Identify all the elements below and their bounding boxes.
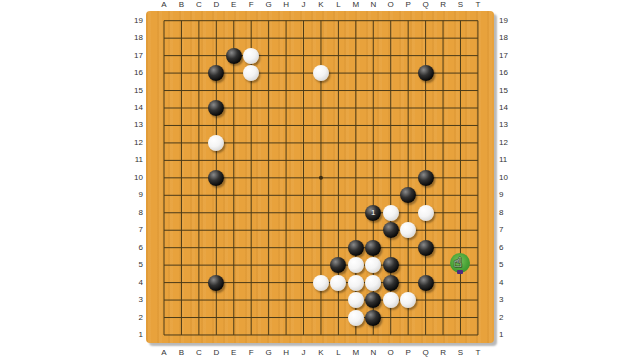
row-label-left-10: 10 xyxy=(127,173,143,183)
row-label-left-16: 16 xyxy=(127,68,143,78)
stone-white-M3 xyxy=(348,292,364,308)
hand-pointer-icon: ☝ xyxy=(453,255,462,269)
row-label-left-13: 13 xyxy=(127,120,143,130)
stone-white-O8 xyxy=(383,205,399,221)
stone-white-M4 xyxy=(348,275,364,291)
col-label-top-E: E xyxy=(227,0,241,10)
col-label-bottom-R: R xyxy=(436,348,450,358)
move-number-label: 1 xyxy=(371,209,375,217)
stone-white-K16 xyxy=(313,65,329,81)
stone-white-Q8 xyxy=(418,205,434,221)
row-label-right-15: 15 xyxy=(499,86,515,96)
row-label-right-6: 6 xyxy=(499,243,515,253)
col-label-bottom-M: M xyxy=(349,348,363,358)
col-label-bottom-H: H xyxy=(279,348,293,358)
col-label-top-A: A xyxy=(157,0,171,10)
row-label-right-2: 2 xyxy=(499,313,515,323)
stone-black-D4 xyxy=(208,275,224,291)
col-label-top-D: D xyxy=(209,0,223,10)
go-board[interactable]: 1☝ xyxy=(146,11,494,343)
col-label-bottom-L: L xyxy=(331,348,345,358)
col-label-bottom-F: F xyxy=(244,348,258,358)
stone-white-K4 xyxy=(313,275,329,291)
col-label-bottom-D: D xyxy=(209,348,223,358)
row-label-right-7: 7 xyxy=(499,225,515,235)
stone-black-N6 xyxy=(365,240,381,256)
row-label-left-17: 17 xyxy=(127,51,143,61)
row-label-right-11: 11 xyxy=(499,155,515,165)
col-label-top-B: B xyxy=(174,0,188,10)
stone-white-L4 xyxy=(330,275,346,291)
col-label-top-F: F xyxy=(244,0,258,10)
row-label-right-3: 3 xyxy=(499,295,515,305)
row-label-left-4: 4 xyxy=(127,278,143,288)
stone-black-M6 xyxy=(348,240,364,256)
row-label-left-9: 9 xyxy=(127,190,143,200)
col-label-top-G: G xyxy=(262,0,276,10)
stone-black-N2 xyxy=(365,310,381,326)
col-label-top-P: P xyxy=(401,0,415,10)
col-label-top-J: J xyxy=(297,0,311,10)
row-label-right-16: 16 xyxy=(499,68,515,78)
col-label-top-T: T xyxy=(471,0,485,10)
row-label-left-7: 7 xyxy=(127,225,143,235)
go-app: 1☝ AABBCCDDEEFFGGHHJJKKLLMMNNOOPPQQRRSST… xyxy=(0,0,640,360)
row-label-right-9: 9 xyxy=(499,190,515,200)
move-cursor-S5[interactable]: ☝ xyxy=(450,253,470,273)
col-label-bottom-E: E xyxy=(227,348,241,358)
stone-black-N8: 1 xyxy=(365,205,381,221)
row-label-left-3: 3 xyxy=(127,295,143,305)
stone-black-O5 xyxy=(383,257,399,273)
row-label-right-8: 8 xyxy=(499,208,515,218)
row-label-left-11: 11 xyxy=(127,155,143,165)
row-label-right-18: 18 xyxy=(499,33,515,43)
row-label-left-18: 18 xyxy=(127,33,143,43)
col-label-bottom-Q: Q xyxy=(419,348,433,358)
row-label-right-19: 19 xyxy=(499,16,515,26)
stone-black-Q4 xyxy=(418,275,434,291)
row-label-left-15: 15 xyxy=(127,86,143,96)
row-label-right-10: 10 xyxy=(499,173,515,183)
stone-black-Q6 xyxy=(418,240,434,256)
col-label-bottom-P: P xyxy=(401,348,415,358)
stone-white-N4 xyxy=(365,275,381,291)
col-label-bottom-B: B xyxy=(174,348,188,358)
col-label-top-N: N xyxy=(366,0,380,10)
col-label-bottom-C: C xyxy=(192,348,206,358)
star-point-K10 xyxy=(319,176,323,180)
col-label-bottom-N: N xyxy=(366,348,380,358)
col-label-bottom-J: J xyxy=(297,348,311,358)
stone-black-O7 xyxy=(383,222,399,238)
col-label-top-L: L xyxy=(331,0,345,10)
row-label-left-19: 19 xyxy=(127,16,143,26)
col-label-bottom-G: G xyxy=(262,348,276,358)
row-label-right-13: 13 xyxy=(499,120,515,130)
row-label-right-4: 4 xyxy=(499,278,515,288)
col-label-bottom-A: A xyxy=(157,348,171,358)
stone-white-M2 xyxy=(348,310,364,326)
col-label-bottom-T: T xyxy=(471,348,485,358)
hand-cursor-cuff xyxy=(457,270,463,274)
col-label-top-Q: Q xyxy=(419,0,433,10)
row-label-left-6: 6 xyxy=(127,243,143,253)
row-label-right-14: 14 xyxy=(499,103,515,113)
row-label-left-1: 1 xyxy=(127,330,143,340)
row-label-left-5: 5 xyxy=(127,260,143,270)
row-label-left-8: 8 xyxy=(127,208,143,218)
stone-black-E17 xyxy=(226,48,242,64)
col-label-top-O: O xyxy=(384,0,398,10)
stone-black-O4 xyxy=(383,275,399,291)
row-label-left-14: 14 xyxy=(127,103,143,113)
col-label-top-R: R xyxy=(436,0,450,10)
stone-white-M5 xyxy=(348,257,364,273)
col-label-bottom-O: O xyxy=(384,348,398,358)
stone-white-F17 xyxy=(243,48,259,64)
col-label-top-H: H xyxy=(279,0,293,10)
stone-black-Q10 xyxy=(418,170,434,186)
row-label-right-17: 17 xyxy=(499,51,515,61)
col-label-bottom-K: K xyxy=(314,348,328,358)
row-label-right-1: 1 xyxy=(499,330,515,340)
row-label-left-12: 12 xyxy=(127,138,143,148)
col-label-top-M: M xyxy=(349,0,363,10)
row-label-right-5: 5 xyxy=(499,260,515,270)
col-label-top-S: S xyxy=(453,0,467,10)
stone-white-O3 xyxy=(383,292,399,308)
stone-black-Q16 xyxy=(418,65,434,81)
col-label-bottom-S: S xyxy=(453,348,467,358)
col-label-top-C: C xyxy=(192,0,206,10)
row-label-left-2: 2 xyxy=(127,313,143,323)
row-label-right-12: 12 xyxy=(499,138,515,148)
col-label-top-K: K xyxy=(314,0,328,10)
grid-lines xyxy=(146,11,494,343)
